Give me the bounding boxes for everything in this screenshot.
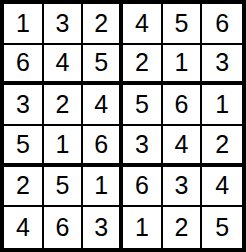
cell-r3c2[interactable]: 2 [44, 85, 84, 126]
cell-r6c1[interactable]: 4 [4, 207, 44, 248]
sudoku-board: 132456645213324561516342251634463125 [0, 0, 246, 252]
cell-r5c1[interactable]: 2 [4, 167, 44, 208]
cell-r1c2[interactable]: 3 [44, 4, 84, 45]
cell-r4c5[interactable]: 4 [163, 126, 203, 167]
cell-r2c3[interactable]: 5 [83, 45, 123, 86]
cell-r5c5[interactable]: 3 [163, 167, 203, 208]
cell-r1c4[interactable]: 4 [123, 4, 163, 45]
cell-r2c4[interactable]: 2 [123, 45, 163, 86]
cell-r2c2[interactable]: 4 [44, 45, 84, 86]
cell-r6c4[interactable]: 1 [123, 207, 163, 248]
cell-r6c5[interactable]: 2 [163, 207, 203, 248]
cell-r4c3[interactable]: 6 [83, 126, 123, 167]
cell-r3c3[interactable]: 4 [83, 85, 123, 126]
cell-r2c6[interactable]: 3 [202, 45, 242, 86]
cell-r2c5[interactable]: 1 [163, 45, 203, 86]
cell-r5c2[interactable]: 5 [44, 167, 84, 208]
cell-r1c6[interactable]: 6 [202, 4, 242, 45]
cell-r1c1[interactable]: 1 [4, 4, 44, 45]
cell-r1c5[interactable]: 5 [163, 4, 203, 45]
cell-r2c1[interactable]: 6 [4, 45, 44, 86]
cell-r5c6[interactable]: 4 [202, 167, 242, 208]
cell-r4c1[interactable]: 5 [4, 126, 44, 167]
cell-r4c2[interactable]: 1 [44, 126, 84, 167]
cell-r4c4[interactable]: 3 [123, 126, 163, 167]
cell-r1c3[interactable]: 2 [83, 4, 123, 45]
cell-r6c6[interactable]: 5 [202, 207, 242, 248]
cell-r3c5[interactable]: 6 [163, 85, 203, 126]
cell-r6c3[interactable]: 3 [83, 207, 123, 248]
cell-r5c4[interactable]: 6 [123, 167, 163, 208]
cell-r6c2[interactable]: 6 [44, 207, 84, 248]
cell-r5c3[interactable]: 1 [83, 167, 123, 208]
cell-r3c6[interactable]: 1 [202, 85, 242, 126]
cell-r4c6[interactable]: 2 [202, 126, 242, 167]
cell-r3c1[interactable]: 3 [4, 85, 44, 126]
cell-r3c4[interactable]: 5 [123, 85, 163, 126]
